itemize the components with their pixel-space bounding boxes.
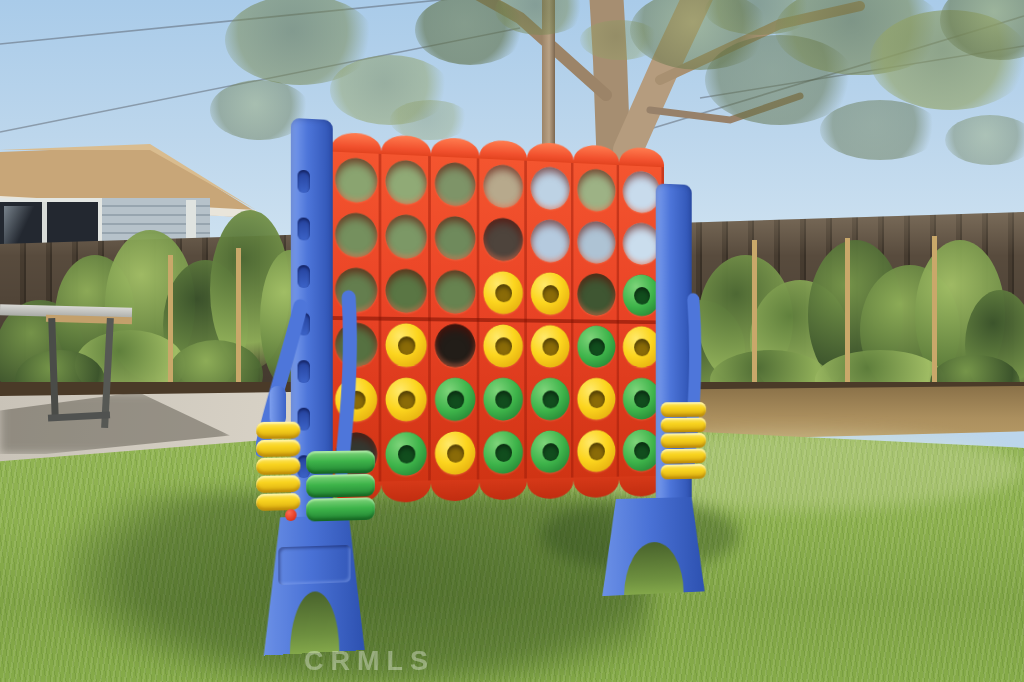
empty-hole <box>435 216 475 260</box>
backyard-scene: CRMLS <box>0 0 1024 682</box>
green-disc <box>623 378 660 420</box>
empty-hole <box>335 157 377 203</box>
green-disc <box>531 430 570 473</box>
empty-hole <box>623 222 660 265</box>
plant-stake <box>845 238 850 388</box>
board-cell-r3c2 <box>381 263 430 318</box>
spare-stack-left-yellow <box>256 422 300 511</box>
yellow-disc <box>483 271 523 315</box>
yellow-disc <box>386 378 427 422</box>
board-cell-r4c6 <box>573 320 619 373</box>
green-disc <box>483 378 523 421</box>
spare-yellow-disc <box>256 439 300 457</box>
empty-hole <box>435 162 475 207</box>
right-leg-arch <box>624 541 683 595</box>
spare-yellow-disc <box>661 402 707 417</box>
board-cell-r5c3 <box>431 372 479 426</box>
empty-hole <box>386 269 427 313</box>
table-trim <box>46 315 132 324</box>
board-cell-r3c5 <box>527 267 574 321</box>
spare-yellow-disc <box>256 493 300 511</box>
yellow-disc <box>577 378 615 420</box>
post-slot <box>298 313 310 336</box>
board-cell-r5c5 <box>527 373 574 426</box>
green-disc <box>577 325 615 367</box>
spare-green-disc <box>306 497 375 521</box>
right-post <box>656 183 692 549</box>
board-cell-r2c6 <box>573 215 619 269</box>
empty-hole <box>435 270 475 314</box>
empty-hole <box>386 214 427 259</box>
empty-hole <box>531 166 570 210</box>
board-cell-r4c5 <box>527 320 574 373</box>
spare-green-disc <box>306 450 375 474</box>
game-board <box>331 132 664 504</box>
yellow-disc <box>483 324 523 367</box>
yellow-disc <box>623 326 660 368</box>
spare-yellow-disc <box>661 433 707 448</box>
board-cell-r3c4 <box>479 266 527 320</box>
spare-yellow-disc <box>256 475 300 493</box>
board-cell-r4c4 <box>479 319 527 373</box>
board-cell-r6c4 <box>479 426 527 480</box>
board-cell-r5c1 <box>331 372 382 427</box>
board-cell-r3c6 <box>573 268 619 321</box>
board-cell-r6c5 <box>527 425 574 478</box>
green-disc <box>483 431 523 474</box>
green-disc <box>623 429 660 471</box>
empty-hole <box>623 170 660 213</box>
board-grid <box>331 152 664 483</box>
spare-yellow-disc <box>661 418 707 433</box>
empty-hole <box>335 212 377 257</box>
yellow-disc <box>531 325 570 368</box>
spare-stack-left-green <box>306 450 375 521</box>
board-cell-r6c2 <box>381 426 430 481</box>
plant-stake <box>752 240 757 390</box>
board-cell-r1c6 <box>573 163 619 217</box>
board-cell-r5c6 <box>573 373 619 425</box>
spare-yellow-disc <box>661 464 707 480</box>
table-leg <box>48 318 59 420</box>
connect-four-game <box>256 110 709 656</box>
board-cell-r4c3 <box>431 318 479 372</box>
green-disc <box>531 378 570 421</box>
plant-stake <box>236 248 241 398</box>
yellow-disc <box>335 378 377 422</box>
yellow-disc <box>577 430 615 472</box>
empty-hole <box>483 217 523 261</box>
yellow-disc <box>435 431 475 475</box>
yellow-disc <box>531 272 570 315</box>
board-cell-r1c4 <box>479 159 527 214</box>
board-cell-r2c2 <box>381 209 430 265</box>
empty-hole <box>435 324 475 368</box>
folding-table <box>0 300 150 435</box>
empty-hole <box>483 164 523 208</box>
watermark: CRMLS <box>304 646 435 677</box>
spare-stack-right-yellow <box>661 402 707 479</box>
board-cell-r3c1 <box>331 262 382 318</box>
yellow-disc <box>386 323 427 367</box>
empty-hole <box>577 273 615 316</box>
board-cell-r2c3 <box>431 210 479 265</box>
left-stack-post <box>270 386 286 426</box>
empty-hole <box>335 267 377 312</box>
green-disc <box>386 432 427 476</box>
board-cell-r4c2 <box>381 318 430 373</box>
board-cell-r5c4 <box>479 372 527 425</box>
board-cell-r2c5 <box>527 214 574 268</box>
post-slot <box>298 360 310 383</box>
left-leg-arch <box>290 590 339 654</box>
green-disc <box>623 274 660 316</box>
green-disc <box>435 378 475 421</box>
left-leg <box>264 515 365 656</box>
spare-green-disc <box>306 474 375 498</box>
empty-hole <box>577 221 615 264</box>
spare-yellow-disc <box>256 457 300 475</box>
board-cell-r2c4 <box>479 212 527 267</box>
post-slot <box>298 217 310 240</box>
empty-hole <box>531 219 570 263</box>
plant-stake <box>932 236 937 386</box>
board-cell-r1c1 <box>331 152 382 209</box>
board-cell-r3c3 <box>431 264 479 319</box>
board-cell-r1c3 <box>431 156 479 212</box>
board-cell-r6c3 <box>431 426 479 480</box>
post-slot <box>298 265 310 288</box>
board-cell-r1c5 <box>527 161 574 216</box>
empty-hole <box>335 322 377 366</box>
board-cell-r1c2 <box>381 154 430 210</box>
empty-hole <box>577 168 615 212</box>
board-cell-r4c1 <box>331 317 382 372</box>
spare-yellow-disc <box>661 448 707 463</box>
spare-yellow-disc <box>256 422 300 439</box>
post-slot <box>298 170 310 193</box>
right-leg <box>602 497 704 596</box>
board-cell-r2c1 <box>331 207 382 263</box>
board-cell-r6c6 <box>573 425 619 478</box>
board-cell-r5c2 <box>381 372 430 427</box>
left-leg-emboss <box>278 545 351 585</box>
empty-hole <box>386 159 427 204</box>
